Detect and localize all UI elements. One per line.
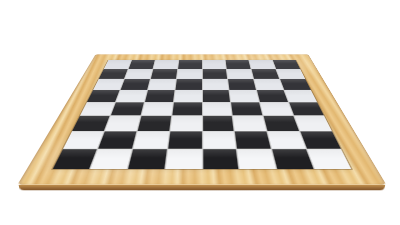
square-g4[interactable] [260, 102, 293, 115]
square-f8[interactable] [226, 60, 251, 69]
square-a4[interactable] [80, 102, 115, 115]
chessboard-wood-frame [17, 54, 386, 185]
square-f3[interactable] [233, 116, 266, 131]
square-e8[interactable] [202, 60, 226, 69]
square-d1[interactable] [165, 149, 201, 169]
square-b3[interactable] [105, 116, 140, 131]
square-b7[interactable] [125, 69, 152, 79]
square-a6[interactable] [93, 79, 123, 90]
square-e1[interactable] [203, 149, 239, 169]
square-c3[interactable] [137, 116, 170, 131]
scene [0, 0, 400, 225]
square-b1[interactable] [90, 149, 131, 169]
square-h3[interactable] [295, 116, 332, 131]
square-d4[interactable] [172, 102, 202, 115]
square-c1[interactable] [128, 149, 167, 169]
square-b8[interactable] [129, 60, 155, 69]
square-e7[interactable] [202, 69, 227, 79]
square-c6[interactable] [148, 79, 176, 90]
square-c2[interactable] [133, 132, 169, 149]
square-e5[interactable] [202, 90, 230, 102]
square-d7[interactable] [177, 69, 202, 79]
square-a2[interactable] [63, 132, 103, 149]
square-d8[interactable] [178, 60, 202, 69]
square-e4[interactable] [203, 102, 233, 115]
square-g7[interactable] [252, 69, 279, 79]
square-e2[interactable] [203, 132, 237, 149]
square-h6[interactable] [280, 79, 310, 90]
square-a8[interactable] [104, 60, 131, 69]
square-f1[interactable] [238, 149, 277, 169]
square-b2[interactable] [98, 132, 136, 149]
square-g6[interactable] [254, 79, 283, 90]
square-b6[interactable] [121, 79, 150, 90]
square-c7[interactable] [151, 69, 177, 79]
square-f6[interactable] [228, 79, 256, 90]
square-c8[interactable] [153, 60, 178, 69]
square-f7[interactable] [227, 69, 253, 79]
square-b5[interactable] [116, 90, 147, 102]
square-h2[interactable] [301, 132, 341, 149]
square-e3[interactable] [203, 116, 235, 131]
square-d2[interactable] [168, 132, 202, 149]
square-c4[interactable] [141, 102, 172, 115]
square-g2[interactable] [268, 132, 306, 149]
square-d5[interactable] [174, 90, 202, 102]
square-e6[interactable] [202, 79, 228, 90]
square-g3[interactable] [264, 116, 299, 131]
square-h7[interactable] [276, 69, 305, 79]
square-d3[interactable] [170, 116, 202, 131]
square-h8[interactable] [273, 60, 300, 69]
square-d6[interactable] [175, 79, 201, 90]
square-h5[interactable] [284, 90, 316, 102]
square-g1[interactable] [272, 149, 313, 169]
square-a3[interactable] [72, 116, 109, 131]
square-g8[interactable] [249, 60, 275, 69]
square-f2[interactable] [235, 132, 271, 149]
square-h4[interactable] [289, 102, 324, 115]
square-a5[interactable] [87, 90, 119, 102]
square-c5[interactable] [145, 90, 174, 102]
square-b4[interactable] [111, 102, 144, 115]
square-a7[interactable] [99, 69, 128, 79]
chessboard-3d-wrapper [17, 54, 386, 185]
square-h1[interactable] [307, 149, 351, 169]
square-g5[interactable] [257, 90, 288, 102]
square-f5[interactable] [230, 90, 259, 102]
square-f4[interactable] [231, 102, 262, 115]
square-a1[interactable] [53, 149, 97, 169]
chessboard-grid [53, 60, 351, 169]
board-edge-face [19, 185, 386, 191]
